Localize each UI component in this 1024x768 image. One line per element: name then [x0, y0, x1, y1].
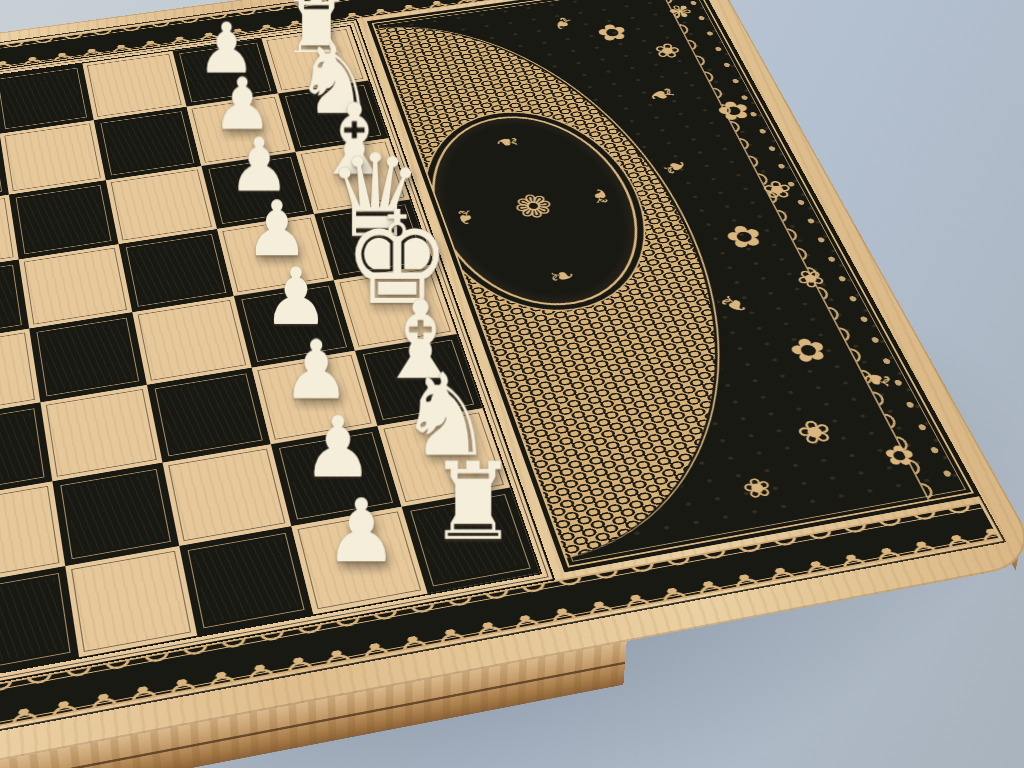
- photo-backdrop: { "scene": { "description": "Overhead an…: [0, 0, 1024, 768]
- square-h4[interactable]: [65, 546, 197, 657]
- panel-ornament-7: ❀: [759, 178, 794, 202]
- square-e4[interactable]: [29, 312, 147, 402]
- panel-ornament-8: ✿: [719, 219, 768, 253]
- panel-ornament-12: ❧: [861, 365, 893, 394]
- medallion-motif-s: ❧: [545, 263, 579, 288]
- panel-ornament-1: ✿: [593, 20, 632, 45]
- panel-ornament-11: ✿: [783, 332, 833, 368]
- square-c4[interactable]: [9, 180, 119, 259]
- panel-ornament-13: ❀: [791, 414, 839, 450]
- panel-ornament-14: ✿: [882, 442, 917, 470]
- panel-ornament-0: ❧: [547, 14, 579, 32]
- camera-view: ♟♜♟♞♟♝♟♛♟♚♟♝♟♞♟♜ ❁❧❧❧❧ ❧✿✾❀❧✿❧❀✿❧❀✿❧❀✿❀: [0, 0, 932, 768]
- panel-ornament-9: ❧: [713, 288, 755, 320]
- square-h3[interactable]: [179, 526, 313, 635]
- scene: ♟♜♟♞♟♝♟♛♟♚♟♝♟♞♟♜ ❁❧❧❧❧ ❧✿✾❀❧✿❧❀✿❧❀✿❧❀✿❀: [0, 0, 932, 768]
- right-arabesque-border: [657, 0, 969, 500]
- medallion-motif-center: ❁: [509, 189, 559, 225]
- panel-ornament-6: ❧: [654, 154, 695, 181]
- piece-white-pawn[interactable]: ♟: [325, 487, 398, 575]
- medallion-motif-e: ❧: [583, 186, 619, 207]
- square-f4[interactable]: [40, 385, 162, 481]
- piece-white-pawn[interactable]: ♟: [303, 405, 374, 490]
- square-b4[interactable]: [0, 120, 106, 194]
- square-c3[interactable]: [106, 166, 217, 244]
- board-middle: ♟♜♟♞♟♝♟♛♟♚♟♝♟♞♟♜ ❁❧❧❧❧ ❧✿✾❀❧✿❧❀✿❧❀✿❧❀✿❀: [0, 0, 979, 762]
- square-g3[interactable]: [163, 444, 292, 546]
- medallion-motif-n: ❧: [492, 131, 523, 153]
- folding-wooden-board: ♟♜♟♞♟♝♟♛♟♚♟♝♟♞♟♜ ❁❧❧❧❧ ❧✿✾❀❧✿❧❀✿❧❀✿❧❀✿❀: [0, 0, 1024, 768]
- panel-ornament-3: ❀: [654, 40, 681, 61]
- square-h1[interactable]: ♜: [402, 488, 540, 594]
- medallion-motif-w: ❧: [448, 207, 484, 228]
- printed-surface: ♟♜♟♞♟♝♟♛♟♚♟♝♟♞♟♜ ❁❧❧❧❧ ❧✿✾❀❧✿❧❀✿❧❀✿❧❀✿❀: [0, 0, 999, 768]
- square-d4[interactable]: [19, 244, 133, 328]
- square-h2[interactable]: ♟: [291, 507, 427, 615]
- panel-ornament-4: ❧: [641, 81, 684, 108]
- piece-white-rook[interactable]: ♜: [428, 449, 517, 556]
- panel-ornament-15: ❀: [738, 473, 777, 503]
